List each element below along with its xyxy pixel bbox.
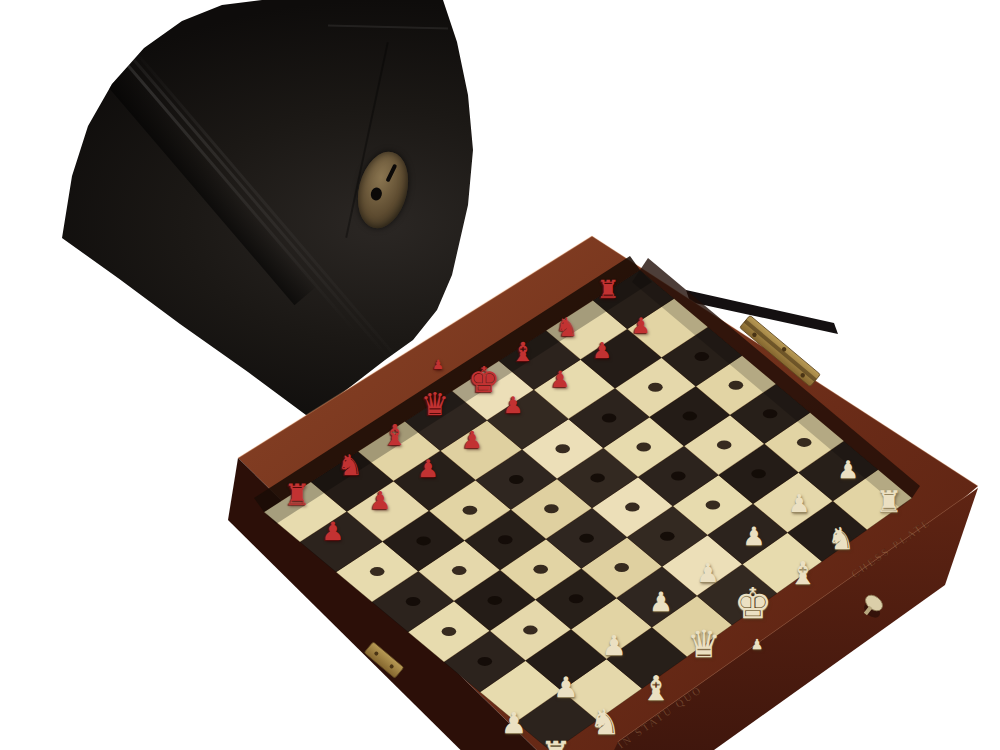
piece-white-knight-g1[interactable]: ♞ [827,523,855,554]
peg-hole-b5 [452,566,467,575]
piece-white-pawn-a2[interactable]: ♟ [501,709,527,738]
peg-hole-d6 [509,475,524,484]
peg-hole-a4 [442,627,457,636]
peg-hole-g5 [683,412,698,421]
peg-hole-h3 [797,438,812,447]
peg-hole-f6 [602,414,617,423]
piece-red-rook-h8[interactable]: ♜ [597,277,620,302]
peg-hole-e6 [555,444,570,453]
peg-hole-f4 [671,472,686,481]
piece-red-pawn-d7[interactable]: ♟ [461,429,482,453]
piece-white-rook-a1[interactable]: ♜ [540,737,572,750]
piece-white-rook-h1[interactable]: ♜ [876,487,903,517]
piece-red-pawn-rim[interactable]: ♟ [432,358,444,371]
piece-white-pawn-c2[interactable]: ♟ [602,632,627,660]
peg-hole-c4 [533,565,548,574]
peg-hole-b3 [523,626,538,635]
piece-red-knight-b8[interactable]: ♞ [337,451,363,480]
piece-white-bishop-f1[interactable]: ♝ [789,558,817,590]
peg-hole-d5 [544,504,559,513]
peg-hole-b4 [488,596,503,605]
piece-white-knight-b1[interactable]: ♞ [589,705,620,740]
piece-red-knight-g8[interactable]: ♞ [555,314,578,340]
piece-red-pawn-h7[interactable]: ♟ [631,315,650,337]
peg-hole-a5 [406,597,421,606]
piece-white-pawn-f2[interactable]: ♟ [743,524,766,550]
peg-hole-e3 [660,532,675,541]
peg-hole-g6 [648,383,663,392]
peg-hole-c5 [498,535,513,544]
piece-red-rook-a8[interactable]: ♜ [284,480,311,510]
peg-hole-h5 [729,381,744,390]
piece-red-pawn-b7[interactable]: ♟ [369,489,391,514]
piece-red-queen-d8[interactable]: ♛ [421,389,449,421]
piece-white-pawn-g2[interactable]: ♟ [788,492,810,517]
piece-red-bishop-f8[interactable]: ♝ [511,339,535,366]
photo-stage: IN STATU QUO CHESS PLATE ♜♟♞♟♝♟♟♚♛♟♝♟♞♟♟… [0,0,1000,750]
piece-red-pawn-c7[interactable]: ♟ [417,457,439,481]
peg-hole-e4 [625,503,640,512]
peg-hole-h4 [763,409,778,418]
piece-white-pawn-h2[interactable]: ♟ [837,458,859,482]
peg-hole-f5 [636,443,651,452]
piece-red-pawn-e7[interactable]: ♟ [503,394,524,417]
piece-red-pawn-a7[interactable]: ♟ [322,519,345,544]
peg-hole-d4 [579,534,594,543]
piece-white-pawn-b2[interactable]: ♟ [553,674,578,702]
piece-white-pawn-rim[interactable]: ♟ [751,637,764,651]
peg-hole-a6 [370,567,385,576]
piece-white-pawn-d2[interactable]: ♟ [649,589,673,616]
peg-hole-f3 [706,501,721,510]
board-svg: IN STATU QUO CHESS PLATE [0,0,1000,750]
piece-white-king-e1[interactable]: ♚ [734,583,772,625]
peg-hole-c6 [463,506,478,515]
piece-red-bishop-c8[interactable]: ♝ [382,422,408,451]
peg-hole-c3 [569,594,584,603]
peg-hole-a3 [478,657,493,666]
peg-hole-b6 [416,536,431,545]
peg-hole-e5 [590,473,605,482]
piece-white-pawn-e2[interactable]: ♟ [696,560,719,586]
peg-hole-d3 [614,563,629,572]
piece-white-queen-d1[interactable]: ♛ [687,626,721,664]
piece-white-bishop-c1[interactable]: ♝ [641,671,672,705]
peg-hole-h6 [695,352,710,361]
peg-hole-g3 [751,469,766,478]
piece-red-pawn-g7[interactable]: ♟ [592,340,612,362]
piece-red-king-e8[interactable]: ♚ [468,362,500,398]
piece-red-pawn-f7[interactable]: ♟ [550,368,570,391]
peg-hole-g4 [717,440,732,449]
